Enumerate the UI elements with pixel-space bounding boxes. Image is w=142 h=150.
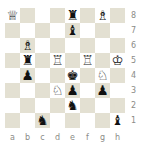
- rank-label-5: 5: [127, 53, 140, 68]
- square-d8[interactable]: [50, 8, 65, 23]
- square-g6[interactable]: [95, 38, 110, 53]
- white-queen-a8: ♕: [6, 8, 18, 23]
- square-f7[interactable]: [80, 23, 95, 38]
- rank-label-4: 4: [127, 68, 140, 83]
- square-d3[interactable]: ♘: [50, 83, 65, 98]
- square-h7[interactable]: [110, 23, 125, 38]
- square-g1[interactable]: [95, 113, 110, 128]
- file-label-a: a: [5, 130, 20, 144]
- rank-label-7: 7: [127, 23, 140, 38]
- black-knight-c1: ♞: [36, 113, 48, 128]
- square-h8[interactable]: [110, 8, 125, 23]
- square-h3[interactable]: [110, 83, 125, 98]
- square-f8[interactable]: [80, 8, 95, 23]
- square-h4[interactable]: [110, 68, 125, 83]
- square-a5[interactable]: [5, 53, 20, 68]
- square-g3[interactable]: ♟: [95, 83, 110, 98]
- black-pawn-b4: ♟: [21, 68, 33, 83]
- rank-label-8: 8: [127, 8, 140, 23]
- black-rook-b5: ♜: [21, 53, 33, 68]
- rank-label-1: 1: [127, 113, 140, 128]
- rank-label-6: 6: [127, 38, 140, 53]
- square-h1[interactable]: ♝: [110, 113, 125, 128]
- square-g2[interactable]: [95, 98, 110, 113]
- square-g8[interactable]: ♗: [95, 8, 110, 23]
- square-d5[interactable]: ♖: [50, 53, 65, 68]
- black-bishop-h1: ♝: [111, 113, 123, 128]
- square-e7[interactable]: ♝: [65, 23, 80, 38]
- black-pawn-g3: ♟: [96, 83, 108, 98]
- square-c7[interactable]: [35, 23, 50, 38]
- black-bishop-e7: ♝: [66, 23, 78, 38]
- white-knight-g4: ♘: [96, 68, 108, 83]
- square-a1[interactable]: [5, 113, 20, 128]
- file-label-d: d: [50, 130, 65, 144]
- square-d2[interactable]: [50, 98, 65, 113]
- file-label-e: e: [65, 130, 80, 144]
- white-bishop-b6: ♗: [21, 38, 33, 53]
- white-bishop-g8: ♗: [96, 8, 108, 23]
- chess-diagram: ♕♜♗♝♗♜♖♖♔♟♚♘♘♟♟♞♞♝ 87654321 abcdefgh: [0, 0, 142, 150]
- square-c6[interactable]: [35, 38, 50, 53]
- square-a4[interactable]: [5, 68, 20, 83]
- square-e6[interactable]: [65, 38, 80, 53]
- square-b1[interactable]: [20, 113, 35, 128]
- square-f2[interactable]: [80, 98, 95, 113]
- file-label-h: h: [110, 130, 125, 144]
- square-f4[interactable]: [80, 68, 95, 83]
- square-g7[interactable]: [95, 23, 110, 38]
- square-a2[interactable]: [5, 98, 20, 113]
- white-knight-d3: ♘: [51, 83, 63, 98]
- square-d7[interactable]: [50, 23, 65, 38]
- square-c3[interactable]: [35, 83, 50, 98]
- square-a7[interactable]: [5, 23, 20, 38]
- black-pawn-e3: ♟: [66, 83, 78, 98]
- white-rook-d5: ♖: [51, 53, 63, 68]
- square-c8[interactable]: [35, 8, 50, 23]
- file-label-g: g: [95, 130, 110, 144]
- square-d1[interactable]: [50, 113, 65, 128]
- square-a3[interactable]: [5, 83, 20, 98]
- square-c4[interactable]: [35, 68, 50, 83]
- square-b2[interactable]: [20, 98, 35, 113]
- black-king-e4: ♚: [66, 68, 78, 83]
- file-labels: abcdefgh: [5, 130, 125, 144]
- square-f5[interactable]: ♖: [80, 53, 95, 68]
- chess-board-grid: ♕♜♗♝♗♜♖♖♔♟♚♘♘♟♟♞♞♝: [5, 8, 125, 128]
- square-b4[interactable]: ♟: [20, 68, 35, 83]
- square-c5[interactable]: [35, 53, 50, 68]
- rank-label-2: 2: [127, 98, 140, 113]
- rank-labels: 87654321: [127, 8, 140, 128]
- file-label-c: c: [35, 130, 50, 144]
- black-rook-e8: ♜: [66, 8, 78, 23]
- square-b8[interactable]: [20, 8, 35, 23]
- square-f1[interactable]: [80, 113, 95, 128]
- black-knight-e2: ♞: [66, 98, 78, 113]
- square-e2[interactable]: ♞: [65, 98, 80, 113]
- file-label-b: b: [20, 130, 35, 144]
- square-e1[interactable]: [65, 113, 80, 128]
- rank-label-3: 3: [127, 83, 140, 98]
- square-f3[interactable]: [80, 83, 95, 98]
- white-rook-f5: ♖: [81, 53, 93, 68]
- square-a6[interactable]: [5, 38, 20, 53]
- white-king-h5: ♔: [111, 53, 123, 68]
- square-b3[interactable]: [20, 83, 35, 98]
- square-c1[interactable]: ♞: [35, 113, 50, 128]
- square-h5[interactable]: ♔: [110, 53, 125, 68]
- square-a8[interactable]: ♕: [5, 8, 20, 23]
- file-label-f: f: [80, 130, 95, 144]
